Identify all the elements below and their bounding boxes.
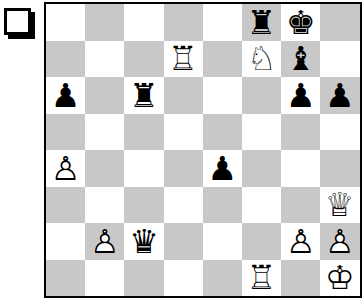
square-a5[interactable] xyxy=(46,114,85,151)
square-g1[interactable] xyxy=(281,260,320,297)
square-e6[interactable] xyxy=(203,77,242,114)
square-h5[interactable] xyxy=(320,114,359,151)
square-b7[interactable] xyxy=(85,41,124,78)
square-d2[interactable] xyxy=(164,223,203,260)
square-f6[interactable] xyxy=(242,77,281,114)
piece-outline: ♖ xyxy=(164,41,203,78)
piece-outline: ♙ xyxy=(85,223,124,260)
piece-glyph: ♟ xyxy=(203,150,242,187)
square-e8[interactable] xyxy=(203,4,242,41)
black-bishop: ♝ xyxy=(281,41,320,78)
square-c3[interactable] xyxy=(124,187,163,224)
square-b6[interactable] xyxy=(85,77,124,114)
white-pawn: ♟♙ xyxy=(320,223,359,260)
white-rook: ♜♖ xyxy=(242,260,281,297)
square-g2[interactable]: ♟♙ xyxy=(281,223,320,260)
square-h3[interactable]: ♛♕ xyxy=(320,187,359,224)
square-f4[interactable] xyxy=(242,150,281,187)
square-a6[interactable]: ♟ xyxy=(46,77,85,114)
square-f7[interactable]: ♞♘ xyxy=(242,41,281,78)
square-d5[interactable] xyxy=(164,114,203,151)
square-e7[interactable] xyxy=(203,41,242,78)
piece-glyph: ♜ xyxy=(242,4,281,41)
square-a3[interactable] xyxy=(46,187,85,224)
square-b5[interactable] xyxy=(85,114,124,151)
square-a7[interactable] xyxy=(46,41,85,78)
square-h4[interactable] xyxy=(320,150,359,187)
white-queen: ♛♕ xyxy=(320,187,359,224)
piece-outline: ♔ xyxy=(320,260,359,297)
white-king: ♚♔ xyxy=(320,260,359,297)
piece-outline: ♙ xyxy=(281,223,320,260)
square-h8[interactable] xyxy=(320,4,359,41)
white-pawn: ♟♙ xyxy=(281,223,320,260)
square-b1[interactable] xyxy=(85,260,124,297)
black-pawn: ♟ xyxy=(320,77,359,114)
black-rook: ♜ xyxy=(242,4,281,41)
piece-glyph: ♟ xyxy=(46,77,85,114)
black-pawn: ♟ xyxy=(46,77,85,114)
square-g5[interactable] xyxy=(281,114,320,151)
white-knight: ♞♘ xyxy=(242,41,281,78)
piece-outline: ♙ xyxy=(320,223,359,260)
piece-glyph: ♟ xyxy=(281,77,320,114)
square-a4[interactable]: ♟♙ xyxy=(46,150,85,187)
piece-outline: ♙ xyxy=(46,150,85,187)
square-b4[interactable] xyxy=(85,150,124,187)
square-c4[interactable] xyxy=(124,150,163,187)
piece-outline: ♖ xyxy=(242,260,281,297)
piece-glyph: ♟ xyxy=(320,77,359,114)
black-pawn: ♟ xyxy=(281,77,320,114)
square-h2[interactable]: ♟♙ xyxy=(320,223,359,260)
chess-board: ♜♚♜♖♞♘♝♟♜♟♟♟♙♟♛♕♟♙♛♟♙♟♙♜♖♚♔ xyxy=(44,2,362,298)
square-d4[interactable] xyxy=(164,150,203,187)
square-g6[interactable]: ♟ xyxy=(281,77,320,114)
square-c8[interactable] xyxy=(124,4,163,41)
piece-glyph: ♛ xyxy=(124,223,163,260)
square-g3[interactable] xyxy=(281,187,320,224)
square-b2[interactable]: ♟♙ xyxy=(85,223,124,260)
black-king: ♚ xyxy=(281,4,320,41)
square-d1[interactable] xyxy=(164,260,203,297)
square-e2[interactable] xyxy=(203,223,242,260)
square-c5[interactable] xyxy=(124,114,163,151)
square-b8[interactable] xyxy=(85,4,124,41)
white-to-move-indicator xyxy=(4,8,31,35)
piece-glyph: ♚ xyxy=(281,4,320,41)
square-a2[interactable] xyxy=(46,223,85,260)
square-f1[interactable]: ♜♖ xyxy=(242,260,281,297)
square-f2[interactable] xyxy=(242,223,281,260)
white-rook: ♜♖ xyxy=(164,41,203,78)
square-h1[interactable]: ♚♔ xyxy=(320,260,359,297)
square-e1[interactable] xyxy=(203,260,242,297)
black-pawn: ♟ xyxy=(203,150,242,187)
square-d8[interactable] xyxy=(164,4,203,41)
black-rook: ♜ xyxy=(124,77,163,114)
square-e4[interactable]: ♟ xyxy=(203,150,242,187)
square-c7[interactable] xyxy=(124,41,163,78)
square-f8[interactable]: ♜ xyxy=(242,4,281,41)
square-g7[interactable]: ♝ xyxy=(281,41,320,78)
square-f5[interactable] xyxy=(242,114,281,151)
square-d3[interactable] xyxy=(164,187,203,224)
square-d6[interactable] xyxy=(164,77,203,114)
square-d7[interactable]: ♜♖ xyxy=(164,41,203,78)
square-e3[interactable] xyxy=(203,187,242,224)
white-pawn: ♟♙ xyxy=(85,223,124,260)
piece-glyph: ♝ xyxy=(281,41,320,78)
white-pawn: ♟♙ xyxy=(46,150,85,187)
chess-diagram: ♜♚♜♖♞♘♝♟♜♟♟♟♙♟♛♕♟♙♛♟♙♟♙♜♖♚♔ xyxy=(0,0,364,302)
square-e5[interactable] xyxy=(203,114,242,151)
black-queen: ♛ xyxy=(124,223,163,260)
square-c2[interactable]: ♛ xyxy=(124,223,163,260)
square-a1[interactable] xyxy=(46,260,85,297)
square-a8[interactable] xyxy=(46,4,85,41)
square-b3[interactable] xyxy=(85,187,124,224)
square-g4[interactable] xyxy=(281,150,320,187)
square-c1[interactable] xyxy=(124,260,163,297)
square-h7[interactable] xyxy=(320,41,359,78)
square-c6[interactable]: ♜ xyxy=(124,77,163,114)
piece-glyph: ♜ xyxy=(124,77,163,114)
square-g8[interactable]: ♚ xyxy=(281,4,320,41)
piece-outline: ♘ xyxy=(242,41,281,78)
square-f3[interactable] xyxy=(242,187,281,224)
piece-outline: ♕ xyxy=(320,187,359,224)
square-h6[interactable]: ♟ xyxy=(320,77,359,114)
